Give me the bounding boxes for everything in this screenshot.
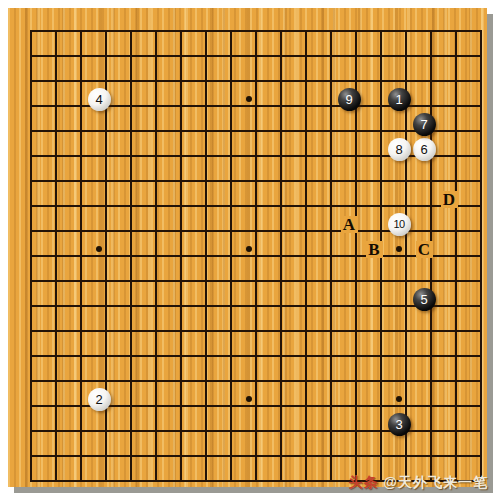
stone-black-9-N16[interactable]: 9 bbox=[338, 88, 361, 111]
stone-white-8-Q14[interactable]: 8 bbox=[388, 138, 411, 161]
point-label-D-S12[interactable]: D bbox=[441, 191, 458, 208]
stone-white-4-D16[interactable]: 4 bbox=[88, 88, 111, 111]
star-point bbox=[246, 246, 252, 252]
stone-black-1-Q16[interactable]: 1 bbox=[388, 88, 411, 111]
point-label-C-R10[interactable]: C bbox=[416, 241, 433, 258]
star-point bbox=[96, 246, 102, 252]
stone-white-10-Q11[interactable]: 10 bbox=[388, 213, 411, 236]
stone-black-3-Q3[interactable]: 3 bbox=[388, 413, 411, 436]
stone-white-2-D4[interactable]: 2 bbox=[88, 388, 111, 411]
point-label-A-N11[interactable]: A bbox=[341, 216, 358, 233]
watermark-prefix: 头条 bbox=[348, 474, 378, 490]
star-point bbox=[246, 396, 252, 402]
point-label-B-O10[interactable]: B bbox=[366, 241, 383, 258]
stone-black-7-R15[interactable]: 7 bbox=[413, 113, 436, 136]
go-board[interactable]: 12345678910 ABCD bbox=[8, 8, 487, 487]
star-point bbox=[246, 96, 252, 102]
stone-white-6-R14[interactable]: 6 bbox=[413, 138, 436, 161]
watermark-handle: @天外飞来一笔 bbox=[378, 474, 488, 490]
star-point bbox=[396, 396, 402, 402]
star-point bbox=[396, 246, 402, 252]
watermark: 头条 @天外飞来一笔 bbox=[348, 474, 488, 492]
go-diagram-stage: 12345678910 ABCD 头条 @天外飞来一笔 bbox=[0, 0, 500, 500]
stone-black-5-R8[interactable]: 5 bbox=[413, 288, 436, 311]
